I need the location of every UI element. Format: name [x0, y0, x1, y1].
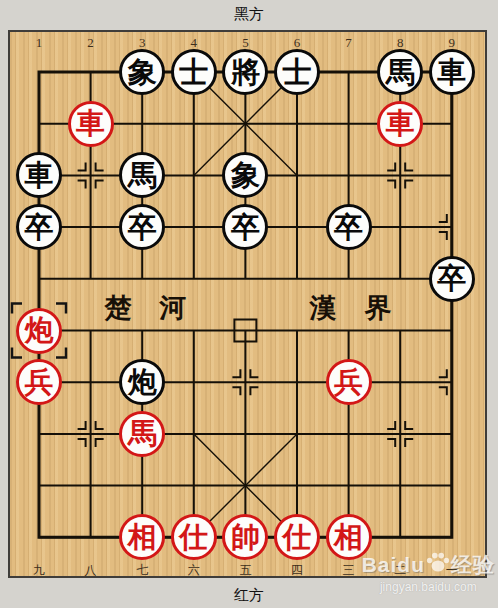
- river-text: 河: [157, 290, 189, 326]
- piece-red-ju[interactable]: 車: [377, 101, 423, 147]
- piece-black-zu[interactable]: 卒: [16, 204, 62, 250]
- piece-red-shi[interactable]: 仕: [274, 514, 320, 560]
- river-text: 漢: [307, 290, 339, 326]
- watermark-brand: Baidu 经验: [362, 551, 495, 579]
- piece-red-bing[interactable]: 兵: [326, 359, 372, 405]
- piece-black-zu[interactable]: 卒: [429, 256, 475, 302]
- black-side-label: 黑方: [0, 5, 498, 24]
- watermark-brand-left: Baidu: [362, 553, 425, 577]
- piece-black-zu[interactable]: 卒: [326, 204, 372, 250]
- piece-black-shi[interactable]: 士: [274, 49, 320, 95]
- river-text: 楚: [102, 290, 134, 326]
- piece-red-ju[interactable]: 車: [68, 101, 114, 147]
- watermark: Baidu 经验 jingyan.baidu.com: [362, 551, 495, 594]
- xiangqi-app: 黑方 1 2 3 4 5 6 7 8 9 九 八 七 六 五 四 三 二 一 楚…: [0, 0, 498, 608]
- piece-red-bing[interactable]: 兵: [16, 359, 62, 405]
- watermark-url: jingyan.baidu.com: [362, 580, 495, 594]
- watermark-brand-right: 经验: [451, 551, 495, 579]
- piece-black-zu[interactable]: 卒: [119, 204, 165, 250]
- piece-black-xiang[interactable]: 象: [119, 49, 165, 95]
- xiangqi-board: 1 2 3 4 5 6 7 8 9 九 八 七 六 五 四 三 二 一 楚 河 …: [8, 30, 487, 578]
- piece-black-shi[interactable]: 士: [171, 49, 217, 95]
- piece-black-ju[interactable]: 車: [429, 49, 475, 95]
- piece-black-ma[interactable]: 馬: [377, 49, 423, 95]
- river-text: 界: [362, 290, 394, 326]
- piece-red-ma[interactable]: 馬: [119, 411, 165, 457]
- piece-red-pao[interactable]: 炮: [16, 308, 62, 354]
- baidu-paw-icon: [426, 551, 450, 573]
- piece-red-shi[interactable]: 仕: [171, 514, 217, 560]
